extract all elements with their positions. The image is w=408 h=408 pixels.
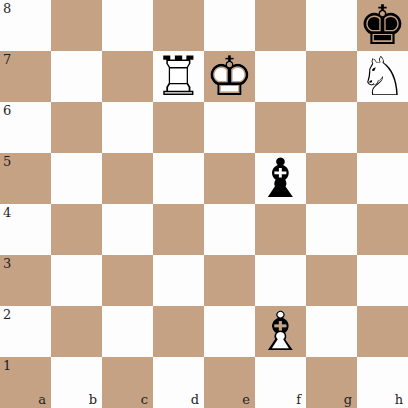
square-a7[interactable]: 7 (0, 51, 51, 102)
square-b5[interactable] (51, 153, 102, 204)
square-f2[interactable]: ♝♗ (255, 306, 306, 357)
square-h8[interactable]: ♚ (357, 0, 408, 51)
square-b8[interactable] (51, 0, 102, 51)
white-knight-h7[interactable]: ♞♘ (357, 51, 408, 102)
rank-label-5: 5 (3, 155, 11, 168)
rank-label-4: 4 (3, 206, 11, 219)
square-f4[interactable] (255, 204, 306, 255)
square-c6[interactable] (102, 102, 153, 153)
square-h6[interactable] (357, 102, 408, 153)
square-c4[interactable] (102, 204, 153, 255)
square-e4[interactable] (204, 204, 255, 255)
black-bishop-f5[interactable]: ♝ (255, 153, 306, 204)
square-e1[interactable]: e (204, 357, 255, 408)
square-e6[interactable] (204, 102, 255, 153)
square-d5[interactable] (153, 153, 204, 204)
square-h1[interactable]: h (357, 357, 408, 408)
square-d2[interactable] (153, 306, 204, 357)
square-c1[interactable]: c (102, 357, 153, 408)
square-g5[interactable] (306, 153, 357, 204)
square-e8[interactable] (204, 0, 255, 51)
black-king-h8[interactable]: ♚ (357, 0, 408, 51)
square-d7[interactable]: ♜♖ (153, 51, 204, 102)
square-c2[interactable] (102, 306, 153, 357)
rank-label-2: 2 (3, 308, 11, 321)
square-a5[interactable]: 5 (0, 153, 51, 204)
white-rook-d7[interactable]: ♜♖ (153, 51, 204, 102)
square-d4[interactable] (153, 204, 204, 255)
square-e2[interactable] (204, 306, 255, 357)
square-g4[interactable] (306, 204, 357, 255)
square-g8[interactable] (306, 0, 357, 51)
square-h2[interactable] (357, 306, 408, 357)
file-label-c: c (141, 393, 148, 406)
square-b1[interactable]: b (51, 357, 102, 408)
square-d6[interactable] (153, 102, 204, 153)
white-rook-icon: ♖ (154, 51, 202, 102)
square-b6[interactable] (51, 102, 102, 153)
white-king-icon: ♔ (205, 51, 253, 102)
square-g1[interactable]: g (306, 357, 357, 408)
file-label-h: h (395, 393, 403, 406)
square-h7[interactable]: ♞♘ (357, 51, 408, 102)
square-e7[interactable]: ♚♔ (204, 51, 255, 102)
square-f8[interactable] (255, 0, 306, 51)
square-f1[interactable]: f (255, 357, 306, 408)
square-g7[interactable] (306, 51, 357, 102)
square-f3[interactable] (255, 255, 306, 306)
rank-label-7: 7 (3, 53, 11, 66)
square-h3[interactable] (357, 255, 408, 306)
square-g3[interactable] (306, 255, 357, 306)
white-bishop-icon: ♗ (256, 306, 304, 357)
black-bishop-icon: ♝ (256, 153, 304, 204)
rank-label-1: 1 (3, 359, 11, 372)
square-h5[interactable] (357, 153, 408, 204)
square-f6[interactable] (255, 102, 306, 153)
square-d8[interactable] (153, 0, 204, 51)
chess-board: 8♚7♜♖♚♔♞♘65♝432♝♗1abcdefgh (0, 0, 408, 408)
rank-label-3: 3 (3, 257, 11, 270)
file-label-f: f (296, 393, 301, 406)
square-e3[interactable] (204, 255, 255, 306)
white-bishop-f2[interactable]: ♝♗ (255, 306, 306, 357)
square-a1[interactable]: 1a (0, 357, 51, 408)
file-label-a: a (38, 393, 46, 406)
white-knight-icon: ♘ (358, 51, 406, 102)
square-d3[interactable] (153, 255, 204, 306)
square-d1[interactable]: d (153, 357, 204, 408)
square-a2[interactable]: 2 (0, 306, 51, 357)
square-a3[interactable]: 3 (0, 255, 51, 306)
square-b7[interactable] (51, 51, 102, 102)
file-label-b: b (89, 393, 97, 406)
square-g6[interactable] (306, 102, 357, 153)
square-f5[interactable]: ♝ (255, 153, 306, 204)
file-label-g: g (344, 393, 352, 406)
square-c7[interactable] (102, 51, 153, 102)
square-g2[interactable] (306, 306, 357, 357)
square-a4[interactable]: 4 (0, 204, 51, 255)
square-b3[interactable] (51, 255, 102, 306)
square-h4[interactable] (357, 204, 408, 255)
black-king-icon: ♚ (358, 0, 406, 51)
square-a8[interactable]: 8 (0, 0, 51, 51)
file-label-d: d (191, 393, 199, 406)
square-b2[interactable] (51, 306, 102, 357)
file-label-e: e (242, 393, 250, 406)
square-e5[interactable] (204, 153, 255, 204)
square-c3[interactable] (102, 255, 153, 306)
square-f7[interactable] (255, 51, 306, 102)
square-b4[interactable] (51, 204, 102, 255)
square-c5[interactable] (102, 153, 153, 204)
square-a6[interactable]: 6 (0, 102, 51, 153)
rank-label-6: 6 (3, 104, 11, 117)
white-king-e7[interactable]: ♚♔ (204, 51, 255, 102)
rank-label-8: 8 (3, 2, 11, 15)
square-c8[interactable] (102, 0, 153, 51)
